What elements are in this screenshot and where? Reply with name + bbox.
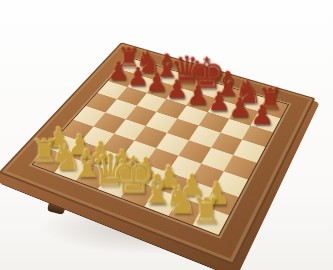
scene: ♜♞♝♛♚♝♞♜♟♟♟♟♟♟♟♟♟♟♟♟♟♟♟♟♜♞♝♛♚♝♞♜ bbox=[0, 0, 333, 270]
piece-black-rook: ♜ bbox=[109, 44, 148, 71]
square-h4[interactable] bbox=[224, 155, 257, 179]
square-c3[interactable] bbox=[101, 133, 134, 156]
